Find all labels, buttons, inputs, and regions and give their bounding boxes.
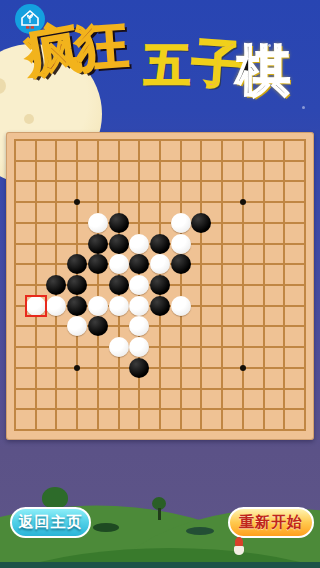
- black-stone-c4r5: [88, 234, 108, 254]
- black-stone-c9r4: [191, 213, 211, 233]
- tree-icon: [152, 497, 166, 510]
- black-stone-c5r4: [109, 213, 129, 233]
- black-stone-c6r6: [129, 254, 149, 274]
- white-stone-c8r8: [171, 296, 191, 316]
- white-stone-c5r6: [109, 254, 129, 274]
- star-point: [74, 365, 80, 371]
- black-stone-c4r9: [88, 316, 108, 336]
- black-stone-c7r7: [150, 275, 170, 295]
- white-stone-c8r5: [171, 234, 191, 254]
- white-stone-c4r8: [88, 296, 108, 316]
- last-move-marker: [25, 295, 47, 317]
- title-char-2: 五: [144, 42, 190, 88]
- mascot-skirt: [234, 546, 244, 555]
- white-stone-c2r8: [46, 296, 66, 316]
- black-stone-c2r7: [46, 275, 66, 295]
- board-grid: [14, 139, 306, 431]
- title-char-4: 棋: [236, 44, 290, 98]
- white-stone-c6r9: [129, 316, 149, 336]
- game-title: 疯狂五子棋: [0, 0, 320, 110]
- return-home-button[interactable]: 返回主页: [10, 507, 91, 538]
- white-stone-c8r4: [171, 213, 191, 233]
- black-stone-c7r5: [150, 234, 170, 254]
- ground-strip: [0, 562, 320, 568]
- star-point: [74, 199, 80, 205]
- black-stone-c5r5: [109, 234, 129, 254]
- black-stone-c7r8: [150, 296, 170, 316]
- black-stone-c4r6: [88, 254, 108, 274]
- black-stone-c3r6: [67, 254, 87, 274]
- mascot-sprite: [233, 537, 245, 557]
- restart-button[interactable]: 重新开始: [228, 507, 314, 538]
- white-stone-c5r10: [109, 337, 129, 357]
- white-stone-c6r8: [129, 296, 149, 316]
- black-stone-c3r7: [67, 275, 87, 295]
- white-stone-c7r6: [150, 254, 170, 274]
- white-stone-c5r8: [109, 296, 129, 316]
- game-screen: 疯狂五子棋 返回主页 重新开始: [0, 0, 320, 568]
- black-stone-c6r11: [129, 358, 149, 378]
- black-stone-c5r7: [109, 275, 129, 295]
- white-stone-c3r9: [67, 316, 87, 336]
- bush: [93, 523, 119, 532]
- title-char-1: 狂: [74, 18, 130, 74]
- tree-icon: [42, 487, 68, 509]
- white-stone-c6r5: [129, 234, 149, 254]
- moon-crater: [24, 114, 34, 124]
- bush: [186, 527, 214, 535]
- black-stone-c8r6: [171, 254, 191, 274]
- black-stone-c3r8: [67, 296, 87, 316]
- white-stone-c6r10: [129, 337, 149, 357]
- star-point: [240, 199, 246, 205]
- gomoku-board[interactable]: [6, 132, 314, 440]
- white-stone-c4r4: [88, 213, 108, 233]
- star-point: [240, 365, 246, 371]
- white-stone-c6r7: [129, 275, 149, 295]
